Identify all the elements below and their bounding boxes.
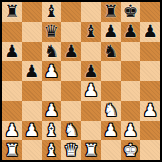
- piece-black-knight: ♞: [44, 42, 59, 59]
- square-c1[interactable]: ♝: [42, 140, 62, 160]
- square-h3[interactable]: ♟: [140, 101, 160, 121]
- piece-black-rook: ♜: [4, 3, 19, 20]
- piece-black-king: ♚: [123, 3, 138, 20]
- piece-black-pawn: ♟: [103, 23, 118, 40]
- square-h7[interactable]: ♟: [140, 22, 160, 42]
- piece-white-pawn: ♟: [44, 62, 59, 79]
- square-b4[interactable]: [22, 81, 42, 101]
- piece-black-queen: ♛: [44, 23, 59, 40]
- piece-black-pawn: ♟: [123, 23, 138, 40]
- chess-board: ♜♝♜♚♛♝♟♟♟♟♞♟♞♟♟♟♟♟♞♟♟♟♝♞♟♟♜♝♛♜♚: [0, 0, 162, 162]
- square-f1[interactable]: [101, 140, 121, 160]
- square-a6[interactable]: ♟: [2, 42, 22, 62]
- piece-black-rook: ♜: [103, 3, 118, 20]
- piece-white-pawn: ♟: [83, 82, 98, 99]
- piece-black-pawn: ♟: [4, 42, 19, 59]
- square-d2[interactable]: ♞: [61, 121, 81, 141]
- square-e7[interactable]: ♝: [81, 22, 101, 42]
- piece-black-knight: ♞: [103, 42, 118, 59]
- square-a3[interactable]: [2, 101, 22, 121]
- square-c7[interactable]: ♛: [42, 22, 62, 42]
- square-b3[interactable]: [22, 101, 42, 121]
- square-b8[interactable]: [22, 2, 42, 22]
- square-d6[interactable]: ♟: [61, 42, 81, 62]
- piece-black-pawn: ♟: [83, 62, 98, 79]
- piece-white-pawn: ♟: [44, 102, 59, 119]
- square-g3[interactable]: [121, 101, 141, 121]
- square-b7[interactable]: [22, 22, 42, 42]
- square-c4[interactable]: [42, 81, 62, 101]
- piece-black-bishop: ♝: [44, 3, 59, 20]
- piece-white-rook: ♜: [4, 141, 19, 158]
- square-g6[interactable]: [121, 42, 141, 62]
- piece-white-knight: ♞: [103, 102, 118, 119]
- square-g2[interactable]: ♟: [121, 121, 141, 141]
- square-g8[interactable]: ♚: [121, 2, 141, 22]
- square-a4[interactable]: [2, 81, 22, 101]
- square-f8[interactable]: ♜: [101, 2, 121, 22]
- square-d7[interactable]: [61, 22, 81, 42]
- square-c2[interactable]: ♝: [42, 121, 62, 141]
- square-e6[interactable]: [81, 42, 101, 62]
- square-e1[interactable]: ♜: [81, 140, 101, 160]
- square-e4[interactable]: ♟: [81, 81, 101, 101]
- piece-white-knight: ♞: [64, 121, 79, 138]
- square-b5[interactable]: ♟: [22, 61, 42, 81]
- square-h5[interactable]: [140, 61, 160, 81]
- square-a2[interactable]: ♟: [2, 121, 22, 141]
- square-h6[interactable]: [140, 42, 160, 62]
- square-h8[interactable]: [140, 2, 160, 22]
- piece-white-pawn: ♟: [103, 121, 118, 138]
- square-e8[interactable]: [81, 2, 101, 22]
- square-h1[interactable]: [140, 140, 160, 160]
- square-a8[interactable]: ♜: [2, 2, 22, 22]
- square-c6[interactable]: ♞: [42, 42, 62, 62]
- square-f5[interactable]: [101, 61, 121, 81]
- square-g5[interactable]: [121, 61, 141, 81]
- piece-white-pawn: ♟: [143, 102, 158, 119]
- square-b1[interactable]: [22, 140, 42, 160]
- piece-black-pawn: ♟: [64, 42, 79, 59]
- square-d3[interactable]: [61, 101, 81, 121]
- square-e2[interactable]: [81, 121, 101, 141]
- square-a7[interactable]: [2, 22, 22, 42]
- piece-white-pawn: ♟: [123, 121, 138, 138]
- square-b2[interactable]: ♟: [22, 121, 42, 141]
- square-f6[interactable]: ♞: [101, 42, 121, 62]
- square-f7[interactable]: ♟: [101, 22, 121, 42]
- square-a1[interactable]: ♜: [2, 140, 22, 160]
- square-h2[interactable]: [140, 121, 160, 141]
- square-c5[interactable]: ♟: [42, 61, 62, 81]
- piece-white-pawn: ♟: [4, 121, 19, 138]
- square-d5[interactable]: [61, 61, 81, 81]
- square-e3[interactable]: [81, 101, 101, 121]
- piece-white-rook: ♜: [83, 141, 98, 158]
- square-a5[interactable]: [2, 61, 22, 81]
- piece-black-pawn: ♟: [143, 23, 158, 40]
- square-e5[interactable]: ♟: [81, 61, 101, 81]
- square-g7[interactable]: ♟: [121, 22, 141, 42]
- piece-white-queen: ♛: [64, 141, 79, 158]
- square-d4[interactable]: [61, 81, 81, 101]
- piece-black-pawn: ♟: [24, 62, 39, 79]
- square-g4[interactable]: [121, 81, 141, 101]
- square-g1[interactable]: ♚: [121, 140, 141, 160]
- square-f3[interactable]: ♞: [101, 101, 121, 121]
- piece-white-bishop: ♝: [44, 141, 59, 158]
- square-c3[interactable]: ♟: [42, 101, 62, 121]
- square-c8[interactable]: ♝: [42, 2, 62, 22]
- piece-white-king: ♚: [123, 141, 138, 158]
- square-f2[interactable]: ♟: [101, 121, 121, 141]
- square-d8[interactable]: [61, 2, 81, 22]
- piece-black-bishop: ♝: [83, 23, 98, 40]
- square-h4[interactable]: [140, 81, 160, 101]
- piece-white-pawn: ♟: [24, 121, 39, 138]
- square-d1[interactable]: ♛: [61, 140, 81, 160]
- square-b6[interactable]: [22, 42, 42, 62]
- square-f4[interactable]: [101, 81, 121, 101]
- chess-board-wrap: ♜♝♜♚♛♝♟♟♟♟♞♟♞♟♟♟♟♟♞♟♟♟♝♞♟♟♜♝♛♜♚: [0, 0, 162, 162]
- piece-white-bishop: ♝: [44, 121, 59, 138]
